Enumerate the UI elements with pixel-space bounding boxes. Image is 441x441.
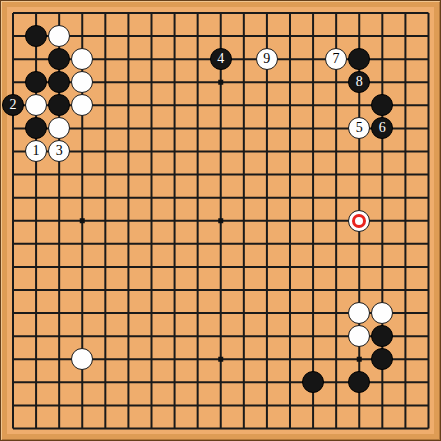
black-stone-move-8: 8 — [348, 71, 370, 93]
black-stone-move-2: 2 — [2, 94, 24, 116]
white-stone-move-1: 1 — [25, 140, 47, 162]
white-stone — [25, 94, 47, 116]
white-stone — [48, 25, 70, 47]
black-stone — [48, 71, 70, 93]
black-stone — [25, 117, 47, 139]
black-stone — [371, 94, 393, 116]
white-stone-move-7: 7 — [325, 48, 347, 70]
white-stone — [71, 348, 93, 370]
white-stone — [71, 94, 93, 116]
black-stone — [348, 371, 370, 393]
white-stone-move-3: 3 — [48, 140, 70, 162]
black-stone — [348, 48, 370, 70]
white-stone-move-5: 5 — [348, 117, 370, 139]
move-number: 2 — [10, 98, 17, 112]
move-number: 6 — [379, 121, 386, 135]
white-stone — [48, 117, 70, 139]
move-number: 7 — [333, 52, 340, 66]
move-number: 9 — [263, 52, 270, 66]
white-stone — [71, 71, 93, 93]
black-stone — [371, 325, 393, 347]
move-number: 3 — [56, 144, 63, 158]
white-stone — [71, 48, 93, 70]
white-stone — [371, 302, 393, 324]
black-stone — [48, 48, 70, 70]
marked-white-stone — [348, 210, 370, 232]
go-diagram: 497825613 — [0, 0, 441, 441]
black-stone-move-6: 6 — [371, 117, 393, 139]
black-stone — [25, 25, 47, 47]
white-stone — [348, 302, 370, 324]
black-stone — [302, 371, 324, 393]
stones-layer: 497825613 — [1, 1, 440, 440]
move-number: 1 — [33, 144, 40, 158]
black-stone — [25, 71, 47, 93]
go-board: 497825613 — [0, 0, 441, 441]
white-stone — [348, 325, 370, 347]
white-stone-move-9: 9 — [256, 48, 278, 70]
black-stone-move-4: 4 — [210, 48, 232, 70]
move-number: 4 — [217, 52, 224, 66]
move-number: 5 — [356, 121, 363, 135]
circle-mark-icon — [352, 214, 366, 228]
black-stone — [48, 94, 70, 116]
black-stone — [371, 348, 393, 370]
move-number: 8 — [356, 75, 363, 89]
